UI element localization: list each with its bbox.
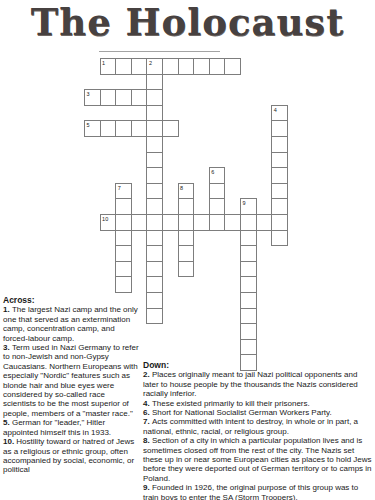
crossword-cell[interactable]: 2	[146, 58, 163, 75]
across-clue: 10. Hostility toward or hatred of Jews a…	[3, 437, 139, 475]
crossword-cell[interactable]	[209, 214, 226, 231]
down-clue: 2. Places originally meant to jail Nazi …	[143, 370, 374, 398]
clue-number: 7	[116, 184, 131, 191]
down-clue: 4. These existed primarily to kill their…	[143, 399, 374, 408]
crossword-cell[interactable]	[115, 89, 132, 106]
crossword-cell[interactable]	[178, 58, 195, 75]
crossword-cell[interactable]	[271, 152, 288, 169]
crossword-cell[interactable]	[271, 230, 288, 247]
crossword-cell[interactable]	[271, 183, 288, 200]
crossword-cell[interactable]	[178, 245, 195, 262]
crossword-cell[interactable]	[131, 89, 148, 106]
crossword-cell[interactable]	[146, 120, 163, 137]
across-clue-list: 1. The largest Nazi camp and the only on…	[3, 305, 139, 474]
page-title: The Holocaust	[0, 0, 375, 44]
down-header: Down:	[143, 361, 374, 370]
crossword-cell[interactable]	[146, 89, 163, 106]
crossword-cell[interactable]	[162, 58, 179, 75]
crossword-cell[interactable]	[209, 58, 226, 75]
crossword-cell[interactable]	[115, 120, 132, 137]
crossword-cell[interactable]	[146, 261, 163, 278]
crossword-cell[interactable]	[115, 214, 132, 231]
clue-number: 8	[179, 184, 194, 191]
crossword-cell[interactable]	[209, 183, 226, 200]
down-clue: 9. Founded in 1926, the original purpose…	[143, 483, 374, 500]
crossword-cell[interactable]	[100, 89, 117, 106]
crossword-cell[interactable]	[146, 152, 163, 169]
crossword-cell[interactable]	[131, 214, 148, 231]
crossword-cell[interactable]	[146, 245, 163, 262]
down-clue-list: 2. Places originally meant to jail Nazi …	[143, 370, 374, 500]
crossword-cell[interactable]: 6	[209, 167, 226, 184]
crossword-cell[interactable]	[240, 276, 257, 293]
crossword-cell[interactable]	[115, 198, 132, 215]
crossword-cell[interactable]	[146, 74, 163, 91]
crossword-cell[interactable]	[209, 198, 226, 215]
crossword-cell[interactable]	[115, 230, 132, 247]
across-clue: 1. The largest Nazi camp and the only on…	[3, 305, 139, 343]
crossword-cell[interactable]: 10	[100, 214, 117, 231]
crossword-cell[interactable]	[256, 214, 273, 231]
crossword-cell[interactable]	[178, 230, 195, 247]
crossword-cell[interactable]	[240, 245, 257, 262]
across-header: Across:	[3, 296, 139, 305]
crossword-cell[interactable]	[178, 198, 195, 215]
down-clue: 7. Acts committed with intent to destroy…	[143, 417, 374, 436]
crossword-cell[interactable]	[240, 230, 257, 247]
crossword-cell[interactable]	[193, 214, 210, 231]
crossword-cell[interactable]: 9	[240, 198, 257, 215]
across-clue: 3. Term used in Nazi Germany to refer to…	[3, 343, 139, 418]
clue-number: 6	[210, 168, 225, 175]
crossword-cell[interactable]	[146, 214, 163, 231]
across-clues-section: Across: 1. The largest Nazi camp and the…	[3, 296, 139, 475]
crossword-cell[interactable]	[131, 58, 148, 75]
down-clues-section: Down: 2. Places originally meant to jail…	[143, 361, 374, 500]
clue-number: 1	[101, 59, 116, 66]
crossword-cell[interactable]	[115, 276, 132, 293]
worksheet-page: The Holocaust 12345678910 Across: 1. The…	[0, 0, 375, 500]
crossword-cell[interactable]	[115, 245, 132, 262]
crossword-cell[interactable]	[146, 276, 163, 293]
crossword-cell[interactable]	[115, 261, 132, 278]
crossword-cell[interactable]	[224, 58, 241, 75]
title-underline	[99, 51, 220, 52]
crossword-cell[interactable]	[146, 308, 163, 325]
crossword-cell[interactable]: 3	[84, 89, 101, 106]
clue-number: 9	[241, 199, 256, 206]
clue-number: 10	[101, 215, 116, 222]
crossword-cell[interactable]	[162, 120, 179, 137]
crossword-cell[interactable]	[146, 292, 163, 309]
crossword-cell[interactable]	[146, 198, 163, 215]
crossword-cell[interactable]	[271, 214, 288, 231]
crossword-cell[interactable]	[193, 58, 210, 75]
crossword-cell[interactable]: 4	[271, 105, 288, 122]
crossword-cell[interactable]	[240, 292, 257, 309]
crossword-cell[interactable]	[146, 230, 163, 247]
crossword-cell[interactable]	[178, 261, 195, 278]
crossword-cell[interactable]	[100, 120, 117, 137]
clue-number: 5	[85, 121, 100, 128]
clue-number: 4	[272, 106, 287, 113]
crossword-cell[interactable]	[271, 198, 288, 215]
crossword-cell[interactable]	[146, 167, 163, 184]
down-clue: 8. Section of a city in which a particul…	[143, 436, 374, 483]
crossword-cell[interactable]: 8	[178, 183, 195, 200]
crossword-cell[interactable]	[162, 214, 179, 231]
down-clue: 6. Short for National Socialist German W…	[143, 408, 374, 417]
crossword-cell[interactable]: 1	[100, 58, 117, 75]
crossword-cell[interactable]	[146, 136, 163, 153]
crossword-cell[interactable]	[146, 105, 163, 122]
crossword-cell[interactable]: 5	[84, 120, 101, 137]
crossword-cell[interactable]	[146, 183, 163, 200]
clue-number: 2	[147, 59, 162, 66]
crossword-cell[interactable]	[240, 323, 257, 340]
crossword-cell[interactable]: 7	[115, 183, 132, 200]
crossword-cell[interactable]	[240, 261, 257, 278]
crossword-cell[interactable]	[178, 214, 195, 231]
clue-number: 3	[85, 90, 100, 97]
across-clue: 5. German for "leader," Hitler appointed…	[3, 418, 139, 437]
crossword-cell[interactable]	[271, 167, 288, 184]
crossword-cell[interactable]	[240, 308, 257, 325]
crossword-cell[interactable]	[131, 120, 148, 137]
crossword-cell[interactable]	[224, 214, 241, 231]
crossword-cell[interactable]	[115, 58, 132, 75]
crossword-cell[interactable]	[271, 120, 288, 137]
crossword-cell[interactable]	[240, 339, 257, 356]
crossword-cell[interactable]	[271, 136, 288, 153]
crossword-cell[interactable]	[240, 214, 257, 231]
